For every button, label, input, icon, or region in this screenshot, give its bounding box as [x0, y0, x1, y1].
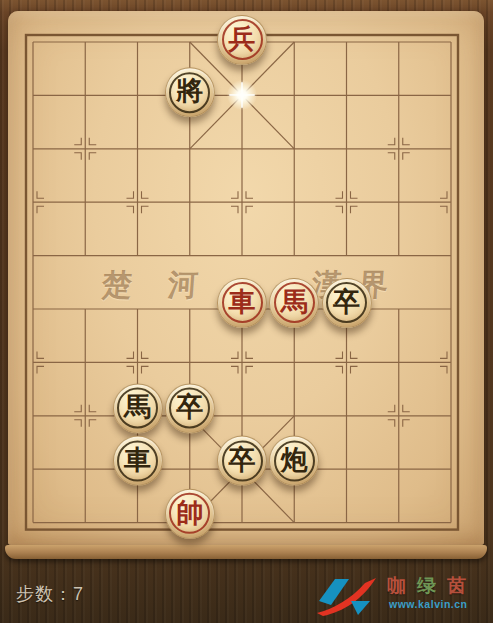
move-counter-label: 步数 — [16, 584, 54, 604]
piece-black-general[interactable]: 將 — [165, 68, 215, 118]
move-counter-value: 7 — [73, 584, 84, 604]
piece-black-chariot[interactable]: 車 — [113, 436, 163, 486]
piece-black-horse[interactable]: 馬 — [113, 383, 163, 433]
piece-red-soldier[interactable]: 兵 — [217, 15, 267, 65]
watermark-url-text: www.kalvin.cn — [389, 598, 467, 610]
watermark-logo: 咖绿茵 www.kalvin.cn — [315, 571, 485, 621]
status-bar: 步数：7 咖绿茵 www.kalvin.cn — [0, 559, 493, 623]
move-counter-separator: ： — [54, 584, 73, 604]
move-counter: 步数：7 — [16, 582, 84, 606]
watermark-logo-icon — [315, 575, 379, 617]
piece-black-cannon[interactable]: 炮 — [269, 436, 319, 486]
xiangqi-board[interactable]: 楚河漢界 兵將車馬卒馬卒車卒炮帥 — [8, 11, 484, 545]
xiangqi-app-screen: 楚河漢界 兵將車馬卒馬卒車卒炮帥 步数：7 咖绿茵 www.kalvin.cn — [0, 0, 493, 623]
piece-red-chariot[interactable]: 車 — [217, 278, 267, 328]
piece-red-horse[interactable]: 馬 — [269, 278, 319, 328]
piece-black-soldier[interactable]: 卒 — [322, 278, 372, 328]
piece-red-general[interactable]: 帥 — [165, 488, 215, 538]
pieces-layer: 兵將車馬卒馬卒車卒炮帥 — [7, 15, 477, 549]
piece-black-soldier[interactable]: 卒 — [217, 436, 267, 486]
piece-black-soldier[interactable]: 卒 — [165, 383, 215, 433]
watermark-brand-text: 咖绿茵 — [387, 573, 485, 599]
